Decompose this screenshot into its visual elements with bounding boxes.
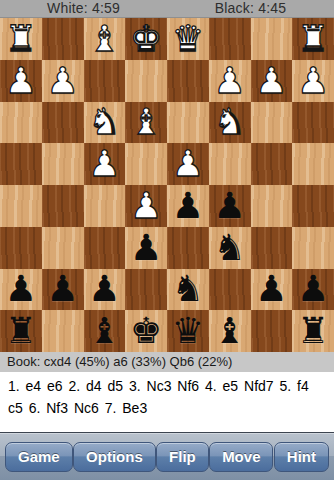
move-list: 1. e4 e6 2. d4 d5 3. Nc3 Nf6 4. e5 Nfd7 … (0, 372, 334, 432)
square-d8[interactable]: ♛ (167, 310, 209, 352)
square-a5[interactable] (292, 185, 334, 227)
square-h3[interactable] (0, 102, 42, 144)
piece-bR-a8[interactable]: ♜ (297, 313, 329, 349)
square-d7[interactable]: ♞ (167, 269, 209, 311)
piece-wN-c3[interactable]: ♞ (213, 104, 245, 140)
square-d3[interactable] (167, 102, 209, 144)
toolbar: GameOptionsFlipMoveHint (0, 432, 334, 480)
hint-button[interactable]: Hint (274, 442, 329, 472)
square-d5[interactable]: ♟ (167, 185, 209, 227)
piece-wB-f1[interactable]: ♝ (88, 21, 120, 57)
square-g8[interactable] (42, 310, 84, 352)
piece-bP-c5[interactable]: ♟ (213, 188, 245, 224)
piece-wP-a2[interactable]: ♟ (297, 63, 329, 99)
piece-wP-e5[interactable]: ♟ (130, 188, 162, 224)
piece-bK-e8[interactable]: ♚ (130, 313, 162, 349)
square-b5[interactable] (251, 185, 293, 227)
black-clock: Black: 4:45 (167, 0, 334, 17)
piece-wQ-d1[interactable]: ♛ (172, 21, 204, 57)
square-b7[interactable]: ♟ (251, 269, 293, 311)
app-window: White: 4:59 Black: 4:45 ♜♝♚♛♜♟♟♟♟♟♞♝♞♟♟♟… (0, 0, 334, 480)
piece-bP-h7[interactable]: ♟ (5, 271, 37, 307)
square-f8[interactable]: ♝ (84, 310, 126, 352)
square-f3[interactable]: ♞ (84, 102, 126, 144)
square-h8[interactable]: ♜ (0, 310, 42, 352)
piece-wP-h2[interactable]: ♟ (5, 63, 37, 99)
square-g4[interactable] (42, 143, 84, 185)
square-g2[interactable]: ♟ (42, 60, 84, 102)
square-a3[interactable] (292, 102, 334, 144)
square-d4[interactable]: ♟ (167, 143, 209, 185)
square-g1[interactable] (42, 18, 84, 60)
piece-wR-h1[interactable]: ♜ (5, 21, 37, 57)
piece-wK-e1[interactable]: ♚ (130, 21, 162, 57)
square-e5[interactable]: ♟ (125, 185, 167, 227)
piece-bP-e6[interactable]: ♟ (130, 230, 162, 266)
piece-bP-b7[interactable]: ♟ (255, 271, 287, 307)
square-c1[interactable] (209, 18, 251, 60)
piece-bB-c8[interactable]: ♝ (213, 313, 245, 349)
square-a7[interactable]: ♟ (292, 269, 334, 311)
piece-bN-c6[interactable]: ♞ (213, 230, 245, 266)
square-h6[interactable] (0, 227, 42, 269)
piece-bP-g7[interactable]: ♟ (46, 271, 78, 307)
piece-wP-f4[interactable]: ♟ (88, 146, 120, 182)
square-f5[interactable] (84, 185, 126, 227)
book-line: Book: cxd4 (45%) a6 (33%) Qb6 (22%) (0, 352, 334, 372)
piece-wR-a1[interactable]: ♜ (297, 21, 329, 57)
white-clock: White: 4:59 (0, 0, 167, 17)
square-b1[interactable] (251, 18, 293, 60)
square-e8[interactable]: ♚ (125, 310, 167, 352)
square-d2[interactable] (167, 60, 209, 102)
square-b6[interactable] (251, 227, 293, 269)
piece-wN-f3[interactable]: ♞ (88, 104, 120, 140)
square-a1[interactable]: ♜ (292, 18, 334, 60)
square-c4[interactable] (209, 143, 251, 185)
piece-bP-f7[interactable]: ♟ (88, 271, 120, 307)
square-h4[interactable] (0, 143, 42, 185)
square-c6[interactable]: ♞ (209, 227, 251, 269)
square-f6[interactable] (84, 227, 126, 269)
game-button[interactable]: Game (5, 442, 73, 472)
square-c8[interactable]: ♝ (209, 310, 251, 352)
piece-bP-a7[interactable]: ♟ (297, 271, 329, 307)
square-b3[interactable] (251, 102, 293, 144)
chess-board[interactable]: ♜♝♚♛♜♟♟♟♟♟♞♝♞♟♟♟♟♟♟♞♟♟♟♞♟♟♜♝♚♛♝♜ (0, 18, 334, 352)
square-h2[interactable]: ♟ (0, 60, 42, 102)
square-e2[interactable] (125, 60, 167, 102)
square-h7[interactable]: ♟ (0, 269, 42, 311)
square-e3[interactable]: ♝ (125, 102, 167, 144)
piece-wP-c2[interactable]: ♟ (213, 63, 245, 99)
piece-wP-g2[interactable]: ♟ (46, 63, 78, 99)
square-f2[interactable] (84, 60, 126, 102)
square-c7[interactable] (209, 269, 251, 311)
square-a4[interactable] (292, 143, 334, 185)
square-d1[interactable]: ♛ (167, 18, 209, 60)
square-h1[interactable]: ♜ (0, 18, 42, 60)
piece-bN-d7[interactable]: ♞ (172, 271, 204, 307)
square-g3[interactable] (42, 102, 84, 144)
piece-bQ-d8[interactable]: ♛ (172, 313, 204, 349)
piece-wB-e3[interactable]: ♝ (130, 104, 162, 140)
square-b8[interactable] (251, 310, 293, 352)
square-e7[interactable] (125, 269, 167, 311)
square-g7[interactable]: ♟ (42, 269, 84, 311)
square-e1[interactable]: ♚ (125, 18, 167, 60)
square-c3[interactable]: ♞ (209, 102, 251, 144)
piece-wP-b2[interactable]: ♟ (255, 63, 287, 99)
move-button[interactable]: Move (209, 442, 273, 472)
square-c2[interactable]: ♟ (209, 60, 251, 102)
square-c5[interactable]: ♟ (209, 185, 251, 227)
square-d6[interactable] (167, 227, 209, 269)
square-a6[interactable] (292, 227, 334, 269)
flip-button[interactable]: Flip (156, 442, 209, 472)
square-a2[interactable]: ♟ (292, 60, 334, 102)
square-g5[interactable] (42, 185, 84, 227)
square-e4[interactable] (125, 143, 167, 185)
square-f4[interactable]: ♟ (84, 143, 126, 185)
square-b2[interactable]: ♟ (251, 60, 293, 102)
square-g6[interactable] (42, 227, 84, 269)
square-f7[interactable]: ♟ (84, 269, 126, 311)
clock-bar: White: 4:59 Black: 4:45 (0, 0, 334, 18)
square-f1[interactable]: ♝ (84, 18, 126, 60)
piece-wP-d4[interactable]: ♟ (172, 146, 204, 182)
square-h5[interactable] (0, 185, 42, 227)
square-e6[interactable]: ♟ (125, 227, 167, 269)
options-button[interactable]: Options (73, 442, 156, 472)
piece-bB-f8[interactable]: ♝ (88, 313, 120, 349)
square-b4[interactable] (251, 143, 293, 185)
piece-bR-h8[interactable]: ♜ (5, 313, 37, 349)
square-a8[interactable]: ♜ (292, 310, 334, 352)
piece-bP-d5[interactable]: ♟ (172, 188, 204, 224)
